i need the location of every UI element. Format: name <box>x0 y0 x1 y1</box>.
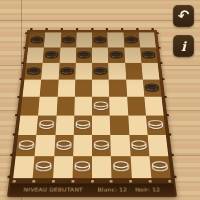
piece-black: ⛂ <box>26 64 42 77</box>
square-d8[interactable] <box>76 32 92 47</box>
frame-peg <box>13 133 16 135</box>
frame-peg <box>10 154 13 156</box>
frame-peg <box>7 176 10 179</box>
info-button[interactable]: i <box>173 35 194 57</box>
piece-white: ⛀ <box>75 116 91 132</box>
square-c2[interactable]: ⛀ <box>54 135 74 156</box>
frame-peg <box>160 62 163 64</box>
frame-peg <box>168 133 171 135</box>
black-count-label: Noir: 12 <box>135 186 161 192</box>
square-e7[interactable] <box>92 47 108 63</box>
square-g2[interactable]: ⛀ <box>129 135 149 156</box>
square-b8[interactable] <box>44 32 61 47</box>
square-g6[interactable] <box>125 63 143 79</box>
piece-black: ⛂ <box>59 64 74 77</box>
square-a5[interactable] <box>22 79 41 96</box>
square-e5[interactable] <box>92 79 109 96</box>
piece-white: ⛀ <box>93 136 110 153</box>
piece-white: ⛀ <box>151 157 170 175</box>
square-c7[interactable] <box>59 47 76 63</box>
square-c1[interactable] <box>53 156 73 178</box>
square-e2[interactable]: ⛀ <box>92 135 111 156</box>
frame-peg <box>136 28 138 30</box>
frame-peg <box>91 28 93 30</box>
frame-peg <box>166 114 169 116</box>
frame-peg <box>121 28 123 30</box>
square-d7[interactable]: ⛂ <box>76 47 92 63</box>
status-bar: NIVEAU DEBUTANT Blanc: 12 Noir: 12 <box>9 183 175 195</box>
square-a2[interactable]: ⛀ <box>16 135 37 156</box>
piece-black: ⛂ <box>124 33 139 45</box>
square-f7[interactable]: ⛂ <box>108 47 125 63</box>
frame-rivet <box>149 180 152 183</box>
frame-rivet <box>91 180 94 183</box>
frame-peg <box>15 114 18 116</box>
frame-peg <box>19 79 22 81</box>
piece-white: ⛀ <box>112 157 130 175</box>
frame-peg <box>25 32 28 34</box>
square-e4[interactable]: ⛀ <box>92 97 110 116</box>
board-rivets <box>13 180 172 183</box>
undo-button[interactable]: ↶ <box>173 5 194 27</box>
piece-black: ⛂ <box>109 48 124 60</box>
frame-peg <box>60 28 62 30</box>
square-g3[interactable] <box>128 115 148 135</box>
piece-white: ⛀ <box>34 157 52 175</box>
square-e3[interactable] <box>92 115 110 135</box>
square-h6[interactable] <box>141 63 159 79</box>
square-d1[interactable]: ⛀ <box>72 156 92 178</box>
square-d2[interactable] <box>73 135 92 156</box>
piece-black: ⛂ <box>144 80 160 94</box>
square-b6[interactable] <box>41 63 59 79</box>
square-c5[interactable] <box>57 79 75 96</box>
square-b1[interactable]: ⛀ <box>33 156 54 178</box>
piece-black: ⛂ <box>29 33 44 45</box>
piece-white: ⛀ <box>55 136 72 153</box>
board-grid: ⛂⛂⛂⛂⛂⛂⛂⛂⛂⛂⛂⛂⛀⛀⛀⛀⛀⛀⛀⛀⛀⛀⛀⛀ <box>13 32 171 178</box>
square-h8[interactable] <box>139 32 156 47</box>
frame-peg <box>162 79 165 81</box>
frame-rivet <box>13 180 16 183</box>
frame-peg <box>76 28 78 30</box>
frame-peg <box>17 96 20 98</box>
frame-peg <box>156 32 159 34</box>
frame-rivet <box>52 180 55 183</box>
square-a3[interactable] <box>18 115 38 135</box>
square-f1[interactable]: ⛀ <box>111 156 131 178</box>
frame-peg <box>164 96 167 98</box>
frame-peg <box>106 28 108 30</box>
info-icon: i <box>181 39 186 54</box>
game-scene: ⛂⛂⛂⛂⛂⛂⛂⛂⛂⛂⛂⛂⛀⛀⛀⛀⛀⛀⛀⛀⛀⛀⛀⛀ NIVEAU DEBUTANT… <box>0 0 200 200</box>
square-b5[interactable] <box>40 79 58 96</box>
frame-rivet <box>168 180 171 183</box>
frame-peg <box>173 176 176 179</box>
square-e1[interactable] <box>92 156 112 178</box>
square-d5[interactable] <box>75 79 92 96</box>
square-a4[interactable] <box>20 97 39 116</box>
square-h4[interactable] <box>144 97 163 116</box>
checkers-board: ⛂⛂⛂⛂⛂⛂⛂⛂⛂⛂⛂⛂⛀⛀⛀⛀⛀⛀⛀⛀⛀⛀⛀⛀ NIVEAU DEBUTANT… <box>7 30 177 197</box>
square-c6[interactable]: ⛂ <box>58 63 75 79</box>
square-a1[interactable] <box>13 156 35 178</box>
square-b3[interactable]: ⛀ <box>37 115 57 135</box>
piece-white: ⛀ <box>74 157 91 175</box>
square-d3[interactable]: ⛀ <box>74 115 92 135</box>
frame-rivet <box>129 180 132 183</box>
frame-peg <box>151 28 154 30</box>
square-d4[interactable] <box>74 97 92 116</box>
piece-black: ⛂ <box>141 48 156 60</box>
undo-icon: ↶ <box>176 6 191 24</box>
square-g8[interactable]: ⛂ <box>123 32 140 47</box>
piece-white: ⛀ <box>38 116 55 132</box>
square-g5[interactable] <box>126 79 144 96</box>
frame-peg <box>45 28 47 30</box>
frame-rivet <box>32 180 35 183</box>
board-pegs-top <box>30 28 154 30</box>
frame-peg <box>21 62 24 64</box>
piece-white: ⛀ <box>130 136 147 153</box>
square-h5[interactable]: ⛂ <box>143 79 162 96</box>
square-g4[interactable] <box>127 97 146 116</box>
square-e6[interactable]: ⛂ <box>92 63 109 79</box>
square-b4[interactable] <box>38 97 57 116</box>
piece-black: ⛂ <box>77 48 91 60</box>
frame-peg <box>171 154 174 156</box>
piece-white: ⛀ <box>93 98 109 113</box>
square-f6[interactable] <box>108 63 125 79</box>
square-b2[interactable] <box>35 135 55 156</box>
square-a7[interactable] <box>26 47 44 63</box>
frame-peg <box>158 47 161 49</box>
square-f2[interactable] <box>110 135 130 156</box>
square-g1[interactable] <box>130 156 151 178</box>
piece-black: ⛂ <box>93 33 107 45</box>
square-c4[interactable] <box>56 97 74 116</box>
square-h3[interactable]: ⛀ <box>146 115 166 135</box>
square-a6[interactable]: ⛂ <box>24 63 42 79</box>
piece-white: ⛀ <box>17 136 35 153</box>
square-g7[interactable] <box>124 47 141 63</box>
frame-peg <box>23 47 26 49</box>
frame-rivet <box>71 180 74 183</box>
square-f8[interactable] <box>108 32 124 47</box>
square-c3[interactable] <box>55 115 74 135</box>
square-f4[interactable] <box>109 97 127 116</box>
square-e8[interactable]: ⛂ <box>92 32 108 47</box>
square-b7[interactable]: ⛂ <box>43 47 60 63</box>
status-left-text: NIVEAU DEBUTANT <box>23 186 83 192</box>
square-h2[interactable] <box>147 135 168 156</box>
square-h7[interactable]: ⛂ <box>140 47 158 63</box>
square-f5[interactable] <box>109 79 127 96</box>
piece-black: ⛂ <box>61 33 75 45</box>
piece-black: ⛂ <box>44 48 59 60</box>
square-c8[interactable]: ⛂ <box>60 32 76 47</box>
frame-peg <box>30 28 33 30</box>
piece-white: ⛀ <box>147 116 164 132</box>
white-count-label: Blanc: 12 <box>98 186 128 192</box>
frame-rivet <box>110 180 113 183</box>
square-h1[interactable]: ⛀ <box>149 156 171 178</box>
square-d6[interactable] <box>75 63 92 79</box>
square-a8[interactable]: ⛂ <box>28 32 45 47</box>
piece-black: ⛂ <box>93 64 108 77</box>
square-f3[interactable] <box>110 115 129 135</box>
